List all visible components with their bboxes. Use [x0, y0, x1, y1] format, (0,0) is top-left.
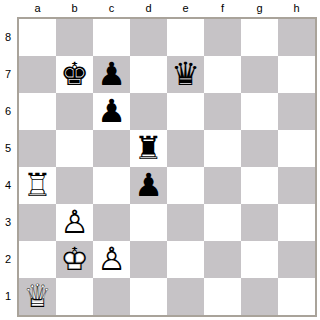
- square-h7[interactable]: [278, 56, 315, 93]
- square-h4[interactable]: [278, 167, 315, 204]
- square-g5[interactable]: [241, 130, 278, 167]
- piece-black-pawn[interactable]: ♟: [130, 167, 167, 204]
- file-label-h: h: [278, 2, 315, 15]
- file-label-f: f: [204, 2, 241, 15]
- square-g7[interactable]: [241, 56, 278, 93]
- square-h3[interactable]: [278, 204, 315, 241]
- square-e7[interactable]: ♛: [167, 56, 204, 93]
- file-label-c: c: [93, 2, 130, 15]
- piece-black-pawn[interactable]: ♟: [93, 93, 130, 130]
- square-b3[interactable]: ♟♙: [56, 204, 93, 241]
- rank-label-3: 3: [0, 204, 16, 241]
- square-f3[interactable]: [204, 204, 241, 241]
- board-grid: ♚♟♛♟♜♜♖♟♟♙♚♔♟♙♛♕: [19, 19, 315, 315]
- rank-label-1: 1: [0, 278, 16, 315]
- square-b6[interactable]: [56, 93, 93, 130]
- square-c4[interactable]: [93, 167, 130, 204]
- square-c5[interactable]: [93, 130, 130, 167]
- piece-black-pawn[interactable]: ♟: [93, 56, 130, 93]
- square-b1[interactable]: [56, 278, 93, 315]
- square-d8[interactable]: [130, 19, 167, 56]
- square-c3[interactable]: [93, 204, 130, 241]
- square-b7[interactable]: ♚: [56, 56, 93, 93]
- square-e8[interactable]: [167, 19, 204, 56]
- square-b8[interactable]: [56, 19, 93, 56]
- piece-white-queen[interactable]: ♕: [19, 278, 56, 315]
- square-b4[interactable]: [56, 167, 93, 204]
- piece-white-pawn[interactable]: ♙: [56, 204, 93, 241]
- square-a5[interactable]: [19, 130, 56, 167]
- square-e2[interactable]: [167, 241, 204, 278]
- square-a2[interactable]: [19, 241, 56, 278]
- file-label-b: b: [56, 2, 93, 15]
- square-h5[interactable]: [278, 130, 315, 167]
- square-g8[interactable]: [241, 19, 278, 56]
- square-h2[interactable]: [278, 241, 315, 278]
- square-b5[interactable]: [56, 130, 93, 167]
- piece-white-rook[interactable]: ♖: [19, 167, 56, 204]
- file-label-g: g: [241, 2, 278, 15]
- square-f2[interactable]: [204, 241, 241, 278]
- square-c7[interactable]: ♟: [93, 56, 130, 93]
- piece-black-rook[interactable]: ♜: [130, 130, 167, 167]
- chess-board: ♚♟♛♟♜♜♖♟♟♙♚♔♟♙♛♕: [17, 17, 317, 317]
- square-f6[interactable]: [204, 93, 241, 130]
- square-d1[interactable]: [130, 278, 167, 315]
- square-h1[interactable]: [278, 278, 315, 315]
- square-e5[interactable]: [167, 130, 204, 167]
- square-f8[interactable]: [204, 19, 241, 56]
- rank-label-7: 7: [0, 56, 16, 93]
- square-b2[interactable]: ♚♔: [56, 241, 93, 278]
- square-d5[interactable]: ♜: [130, 130, 167, 167]
- square-g3[interactable]: [241, 204, 278, 241]
- square-a8[interactable]: [19, 19, 56, 56]
- file-label-d: d: [130, 2, 167, 15]
- square-f1[interactable]: [204, 278, 241, 315]
- square-c8[interactable]: [93, 19, 130, 56]
- piece-white-pawn[interactable]: ♙: [93, 241, 130, 278]
- square-e6[interactable]: [167, 93, 204, 130]
- square-a1[interactable]: ♛♕: [19, 278, 56, 315]
- piece-black-king[interactable]: ♚: [56, 56, 93, 93]
- piece-white-king[interactable]: ♔: [56, 241, 93, 278]
- square-f7[interactable]: [204, 56, 241, 93]
- square-e4[interactable]: [167, 167, 204, 204]
- rank-label-2: 2: [0, 241, 16, 278]
- square-c1[interactable]: [93, 278, 130, 315]
- rank-label-5: 5: [0, 130, 16, 167]
- square-a7[interactable]: [19, 56, 56, 93]
- square-g1[interactable]: [241, 278, 278, 315]
- square-c2[interactable]: ♟♙: [93, 241, 130, 278]
- square-g2[interactable]: [241, 241, 278, 278]
- piece-black-queen[interactable]: ♛: [167, 56, 204, 93]
- file-label-a: a: [19, 2, 56, 15]
- square-g4[interactable]: [241, 167, 278, 204]
- square-h8[interactable]: [278, 19, 315, 56]
- square-d6[interactable]: [130, 93, 167, 130]
- square-a6[interactable]: [19, 93, 56, 130]
- rank-label-8: 8: [0, 19, 16, 56]
- square-a3[interactable]: [19, 204, 56, 241]
- square-f5[interactable]: [204, 130, 241, 167]
- square-d7[interactable]: [130, 56, 167, 93]
- square-e1[interactable]: [167, 278, 204, 315]
- square-g6[interactable]: [241, 93, 278, 130]
- square-d4[interactable]: ♟: [130, 167, 167, 204]
- rank-label-4: 4: [0, 167, 16, 204]
- square-h6[interactable]: [278, 93, 315, 130]
- square-d2[interactable]: [130, 241, 167, 278]
- square-d3[interactable]: [130, 204, 167, 241]
- square-a4[interactable]: ♜♖: [19, 167, 56, 204]
- file-label-e: e: [167, 2, 204, 15]
- square-f4[interactable]: [204, 167, 241, 204]
- square-c6[interactable]: ♟: [93, 93, 130, 130]
- rank-label-6: 6: [0, 93, 16, 130]
- square-e3[interactable]: [167, 204, 204, 241]
